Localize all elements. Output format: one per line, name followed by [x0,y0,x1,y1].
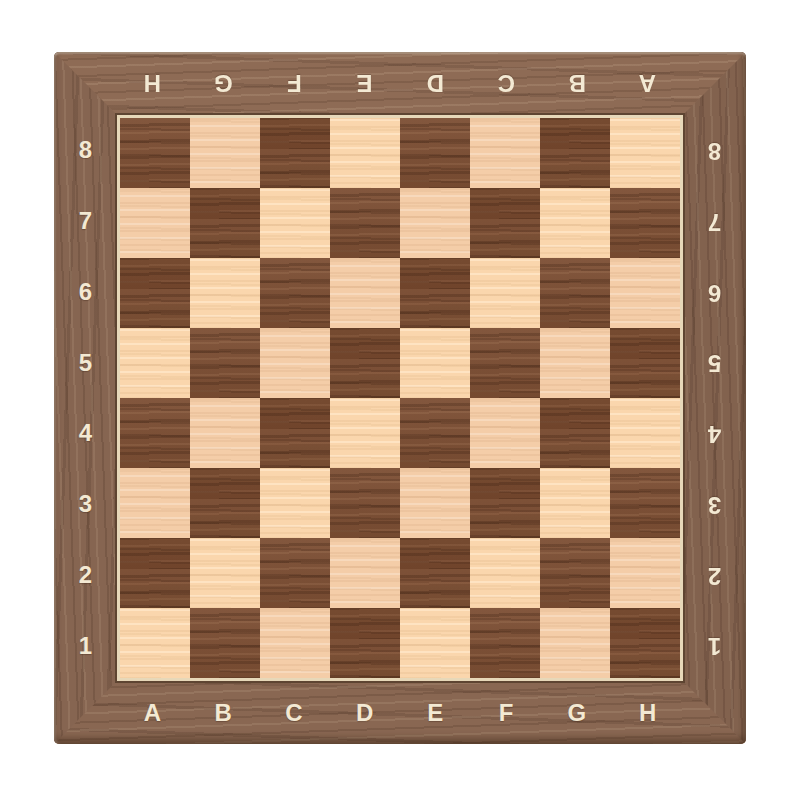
square-c6[interactable] [260,258,330,328]
square-a7[interactable] [120,188,190,258]
square-h2[interactable] [610,538,680,608]
square-a8[interactable] [120,118,190,188]
square-a1[interactable] [120,608,190,678]
square-h6[interactable] [610,258,680,328]
square-a4[interactable] [120,398,190,468]
square-d6[interactable] [330,258,400,328]
square-g1[interactable] [540,608,610,678]
square-g5[interactable] [540,328,610,398]
square-b1[interactable] [190,608,260,678]
square-a5[interactable] [120,328,190,398]
square-f1[interactable] [470,608,540,678]
square-c4[interactable] [260,398,330,468]
square-d1[interactable] [330,608,400,678]
square-f6[interactable] [470,258,540,328]
square-f8[interactable] [470,118,540,188]
square-g8[interactable] [540,118,610,188]
square-h1[interactable] [610,608,680,678]
square-c2[interactable] [260,538,330,608]
chess-board: HGFEDCBA ABCDEFGH 87654321 87654321 [54,52,746,744]
square-d8[interactable] [330,118,400,188]
square-b2[interactable] [190,538,260,608]
square-e5[interactable] [400,328,470,398]
square-b6[interactable] [190,258,260,328]
square-g3[interactable] [540,468,610,538]
square-a3[interactable] [120,468,190,538]
square-g7[interactable] [540,188,610,258]
square-c3[interactable] [260,468,330,538]
square-c1[interactable] [260,608,330,678]
square-c5[interactable] [260,328,330,398]
square-g4[interactable] [540,398,610,468]
square-d5[interactable] [330,328,400,398]
square-e6[interactable] [400,258,470,328]
square-a6[interactable] [120,258,190,328]
square-e1[interactable] [400,608,470,678]
square-g2[interactable] [540,538,610,608]
square-b8[interactable] [190,118,260,188]
playing-field [120,118,680,678]
square-c8[interactable] [260,118,330,188]
square-h7[interactable] [610,188,680,258]
square-a2[interactable] [120,538,190,608]
square-c7[interactable] [260,188,330,258]
square-f4[interactable] [470,398,540,468]
square-h8[interactable] [610,118,680,188]
square-b5[interactable] [190,328,260,398]
square-e8[interactable] [400,118,470,188]
square-e4[interactable] [400,398,470,468]
square-g6[interactable] [540,258,610,328]
square-b4[interactable] [190,398,260,468]
square-h3[interactable] [610,468,680,538]
square-d2[interactable] [330,538,400,608]
square-d3[interactable] [330,468,400,538]
page-background: HGFEDCBA ABCDEFGH 87654321 87654321 [0,0,800,800]
square-f2[interactable] [470,538,540,608]
square-d4[interactable] [330,398,400,468]
square-f7[interactable] [470,188,540,258]
square-b7[interactable] [190,188,260,258]
square-e3[interactable] [400,468,470,538]
square-h4[interactable] [610,398,680,468]
square-e2[interactable] [400,538,470,608]
square-d7[interactable] [330,188,400,258]
square-f5[interactable] [470,328,540,398]
square-b3[interactable] [190,468,260,538]
square-f3[interactable] [470,468,540,538]
square-h5[interactable] [610,328,680,398]
square-e7[interactable] [400,188,470,258]
playing-field-border [117,115,683,681]
